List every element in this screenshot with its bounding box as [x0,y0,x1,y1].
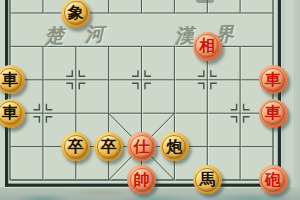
piece-red-cannon[interactable]: 砲 [259,165,288,194]
piece-black-soldier[interactable]: 卒 [61,132,90,161]
piece-black-chariot[interactable]: 車 [0,65,25,94]
piece-black-soldier[interactable]: 卒 [94,132,123,161]
piece-glyph: 馬 [199,172,215,188]
piece-glyph: 卒 [68,139,84,155]
piece-glyph: 砲 [265,172,281,188]
piece-glyph: 帥 [134,172,150,188]
piece-glyph: 車 [2,105,18,121]
piece-black-cannon[interactable]: 炮 [160,132,189,161]
piece-glyph: 炮 [166,139,182,155]
piece-glyph: 卒 [101,139,117,155]
piece-red-elephant[interactable]: 相 [193,32,222,61]
piece-glyph: 車 [265,72,281,88]
piece-glyph: 仕 [134,139,150,155]
piece-black-chariot[interactable]: 車 [0,99,25,128]
piece-red-general[interactable]: 帥 [127,165,156,194]
piece-red-chariot[interactable]: 車 [259,65,288,94]
piece-red-advisor[interactable]: 仕 [127,132,156,161]
piece-glyph: 象 [68,5,84,21]
piece-glyph: 車 [2,72,18,88]
piece-glyph: 相 [199,38,215,54]
piece-red-chariot[interactable]: 車 [259,99,288,128]
piece-black-horse[interactable]: 馬 [193,165,222,194]
piece-layer: 象相車車車車卒卒仕炮帥馬砲 [0,0,289,197]
xiangqi-board[interactable]: 楚河 漢界 象相車車車車卒卒仕炮帥馬砲 [0,0,300,200]
piece-glyph: 車 [265,105,281,121]
piece-black-elephant[interactable]: 象 [61,0,90,28]
